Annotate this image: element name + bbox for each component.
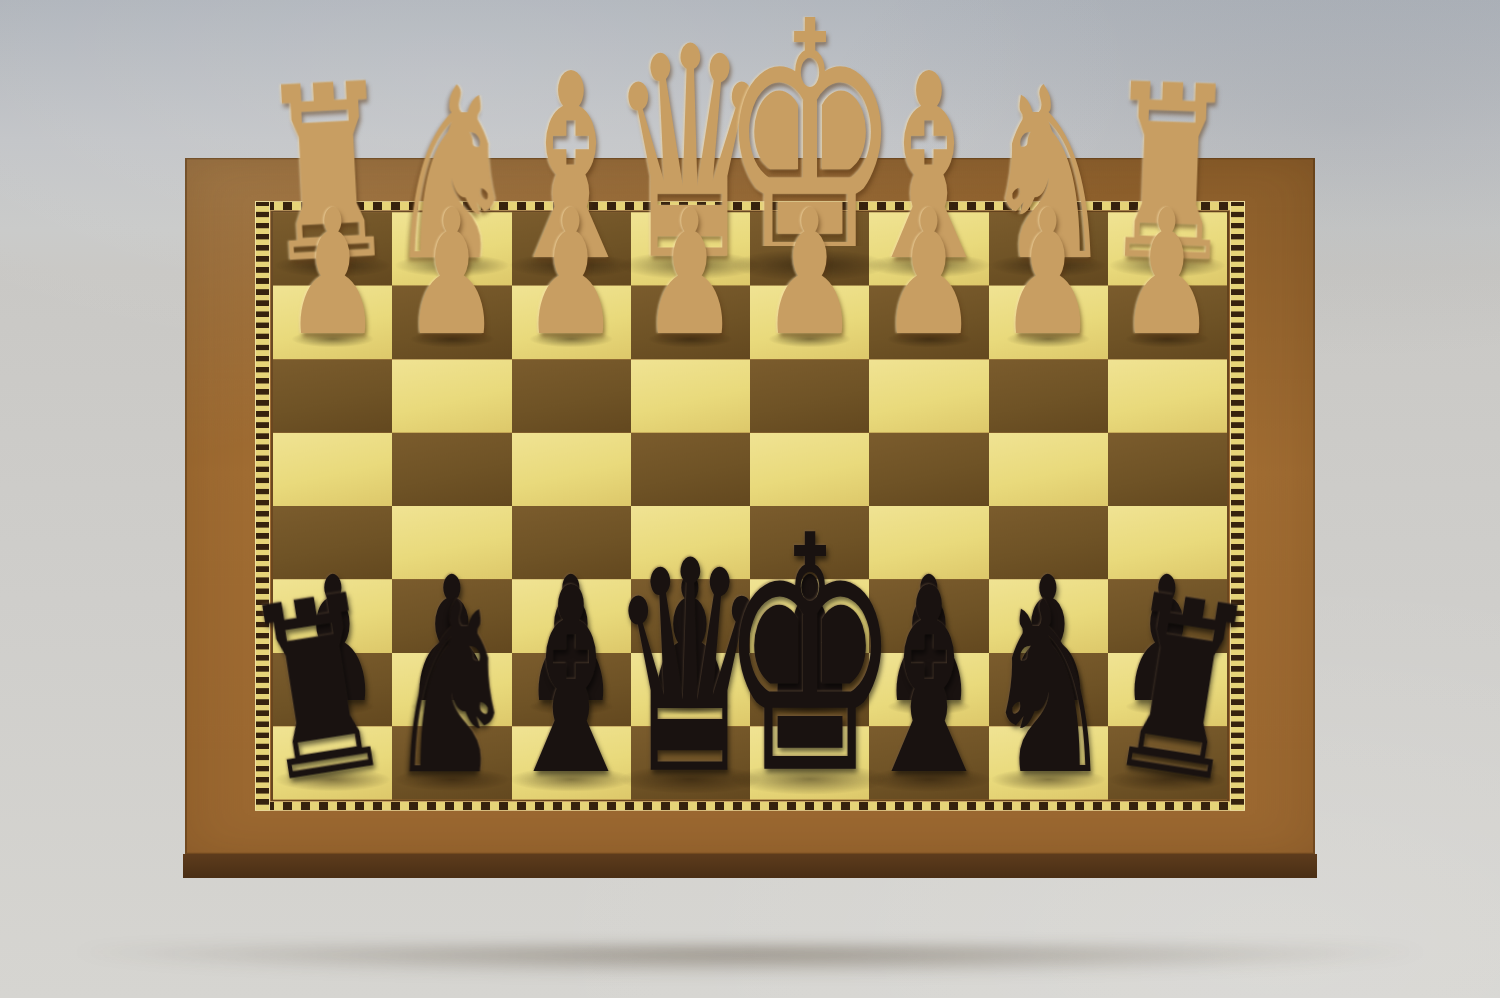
board-perspective-wrapper: ♜♞♝♛♚♝♞♜♟♟♟♟♟♟♟♟♟♟♟♟♟♟♟♟♜♞♝♛♚♝♞♜ [185, 0, 1315, 998]
square[interactable] [989, 433, 1108, 506]
square[interactable] [512, 359, 631, 432]
square[interactable] [273, 433, 392, 506]
board-shadow [60, 946, 1440, 976]
square[interactable] [631, 359, 750, 432]
square[interactable] [512, 433, 631, 506]
square[interactable] [750, 359, 869, 432]
playing-area: ♜♞♝♛♚♝♞♜♟♟♟♟♟♟♟♟♟♟♟♟♟♟♟♟♜♞♝♛♚♝♞♜ [273, 212, 1227, 799]
photo-scene: ♜♞♝♛♚♝♞♜♟♟♟♟♟♟♟♟♟♟♟♟♟♟♟♟♜♞♝♛♚♝♞♜ [0, 0, 1500, 998]
chess-board: ♜♞♝♛♚♝♞♜♟♟♟♟♟♟♟♟♟♟♟♟♟♟♟♟♜♞♝♛♚♝♞♜ [185, 158, 1315, 854]
square[interactable] [1108, 433, 1227, 506]
square[interactable] [392, 433, 511, 506]
